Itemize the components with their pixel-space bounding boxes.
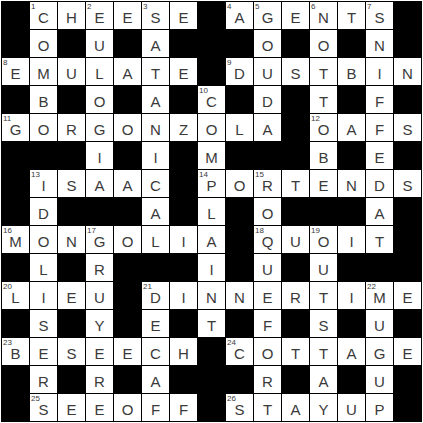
cell-letter: F bbox=[375, 119, 384, 137]
block-1-6 bbox=[170, 30, 197, 57]
cell-letter: E bbox=[66, 287, 76, 305]
cell-10-8[interactable]: N bbox=[226, 282, 253, 309]
cell-6-1[interactable]: 13I bbox=[30, 170, 57, 197]
cell-0-3[interactable]: 2E bbox=[86, 2, 113, 29]
cell-12-14[interactable]: E bbox=[394, 338, 421, 365]
cell-0-8[interactable]: 4A bbox=[226, 2, 253, 29]
cell-letter: O bbox=[234, 175, 246, 193]
block-7-6 bbox=[170, 198, 197, 225]
cell-6-9[interactable]: 15R bbox=[254, 170, 281, 197]
clue-number: 24 bbox=[227, 338, 236, 347]
block-3-6 bbox=[170, 86, 197, 113]
cell-letter: A bbox=[150, 91, 160, 109]
clue-number: 7 bbox=[367, 2, 371, 11]
cell-letter: U bbox=[290, 231, 301, 249]
block-7-4 bbox=[114, 198, 141, 225]
clue-number: 19 bbox=[311, 226, 320, 235]
cell-letter: U bbox=[94, 35, 105, 53]
cell-letter: I bbox=[41, 287, 45, 305]
cell-6-5[interactable]: C bbox=[142, 170, 169, 197]
cell-4-14[interactable]: S bbox=[394, 114, 421, 141]
block-3-0 bbox=[2, 86, 29, 113]
cell-3-3[interactable]: O bbox=[86, 86, 113, 113]
cell-9-3[interactable]: R bbox=[86, 254, 113, 281]
cell-9-11[interactable]: U bbox=[310, 254, 337, 281]
cell-3-1[interactable]: B bbox=[30, 86, 57, 113]
block-12-7 bbox=[198, 338, 225, 365]
cell-10-7[interactable]: N bbox=[198, 282, 225, 309]
cell-4-12[interactable]: A bbox=[338, 114, 365, 141]
clue-number: 26 bbox=[227, 394, 236, 403]
cell-letter: E bbox=[94, 7, 104, 25]
cell-10-11[interactable]: T bbox=[310, 282, 337, 309]
cell-10-12[interactable]: I bbox=[338, 282, 365, 309]
cell-8-12[interactable]: I bbox=[338, 226, 365, 253]
cell-letter: L bbox=[39, 259, 47, 277]
cell-14-9[interactable]: T bbox=[254, 394, 281, 421]
block-9-12 bbox=[338, 254, 365, 281]
block-5-4 bbox=[114, 142, 141, 169]
cell-2-3[interactable]: L bbox=[86, 58, 113, 85]
cell-6-12[interactable]: N bbox=[338, 170, 365, 197]
cell-6-14[interactable]: S bbox=[394, 170, 421, 197]
cell-1-1[interactable]: O bbox=[30, 30, 57, 57]
cell-3-11[interactable]: T bbox=[310, 86, 337, 113]
block-9-5 bbox=[142, 254, 169, 281]
block-8-14 bbox=[394, 226, 421, 253]
cell-7-13[interactable]: A bbox=[366, 198, 393, 225]
cell-letter: I bbox=[97, 147, 101, 165]
cell-1-5[interactable]: A bbox=[142, 30, 169, 57]
block-5-12 bbox=[338, 142, 365, 169]
block-1-4 bbox=[114, 30, 141, 57]
cell-8-11[interactable]: 19O bbox=[310, 226, 337, 253]
cell-5-5[interactable]: I bbox=[142, 142, 169, 169]
cell-13-11[interactable]: A bbox=[310, 366, 337, 393]
clue-number: 12 bbox=[311, 114, 320, 123]
cell-8-7[interactable]: A bbox=[198, 226, 225, 253]
cell-11-11[interactable]: S bbox=[310, 310, 337, 337]
cell-0-6[interactable]: E bbox=[170, 2, 197, 29]
cell-11-9[interactable]: F bbox=[254, 310, 281, 337]
cell-12-1[interactable]: E bbox=[30, 338, 57, 365]
cell-11-7[interactable]: T bbox=[198, 310, 225, 337]
block-5-0 bbox=[2, 142, 29, 169]
cell-13-13[interactable]: U bbox=[366, 366, 393, 393]
clue-number: 23 bbox=[3, 338, 12, 347]
cell-13-1[interactable]: R bbox=[30, 366, 57, 393]
cell-14-4[interactable]: O bbox=[114, 394, 141, 421]
block-1-12 bbox=[338, 30, 365, 57]
block-13-8 bbox=[226, 366, 253, 393]
cell-letter: E bbox=[262, 287, 272, 305]
cell-0-12[interactable]: T bbox=[338, 2, 365, 29]
block-6-0 bbox=[2, 170, 29, 197]
cell-10-13[interactable]: 22M bbox=[366, 282, 393, 309]
cell-letter: I bbox=[153, 147, 157, 165]
cell-letter: E bbox=[178, 63, 188, 81]
cell-letter: H bbox=[178, 343, 189, 361]
cell-1-3[interactable]: U bbox=[86, 30, 113, 57]
cell-4-0[interactable]: 11G bbox=[2, 114, 29, 141]
cell-letter: R bbox=[94, 371, 105, 389]
cell-11-1[interactable]: S bbox=[30, 310, 57, 337]
cell-letter: A bbox=[122, 175, 132, 193]
cell-2-8[interactable]: 9D bbox=[226, 58, 253, 85]
cell-letter: B bbox=[318, 147, 328, 165]
cell-letter: L bbox=[235, 119, 243, 137]
clue-number: 9 bbox=[227, 58, 231, 67]
cell-4-8[interactable]: L bbox=[226, 114, 253, 141]
block-3-12 bbox=[338, 86, 365, 113]
cell-letter: G bbox=[10, 119, 22, 137]
block-13-4 bbox=[114, 366, 141, 393]
cell-letter: Y bbox=[318, 399, 328, 417]
cell-letter: I bbox=[181, 287, 185, 305]
cell-13-9[interactable]: R bbox=[254, 366, 281, 393]
cell-2-9[interactable]: U bbox=[254, 58, 281, 85]
cell-5-3[interactable]: I bbox=[86, 142, 113, 169]
cell-12-11[interactable]: T bbox=[310, 338, 337, 365]
cell-14-11[interactable]: Y bbox=[310, 394, 337, 421]
cell-1-9[interactable]: O bbox=[254, 30, 281, 57]
cell-10-2[interactable]: E bbox=[58, 282, 85, 309]
cell-letter: T bbox=[319, 343, 328, 361]
cell-4-7[interactable]: O bbox=[198, 114, 225, 141]
cell-4-1[interactable]: O bbox=[30, 114, 57, 141]
cell-7-1[interactable]: D bbox=[30, 198, 57, 225]
block-7-2 bbox=[58, 198, 85, 225]
cell-0-4[interactable]: E bbox=[114, 2, 141, 29]
cell-letter: L bbox=[207, 203, 215, 221]
clue-number: 17 bbox=[87, 226, 96, 235]
cell-12-13[interactable]: G bbox=[366, 338, 393, 365]
block-9-2 bbox=[58, 254, 85, 281]
block-0-0 bbox=[2, 2, 29, 29]
cell-0-5[interactable]: 3S bbox=[142, 2, 169, 29]
block-1-7 bbox=[198, 30, 225, 57]
cell-3-5[interactable]: A bbox=[142, 86, 169, 113]
cell-9-9[interactable]: U bbox=[254, 254, 281, 281]
cell-12-0[interactable]: 23B bbox=[2, 338, 29, 365]
clue-number: 2 bbox=[87, 2, 91, 11]
cell-10-10[interactable]: R bbox=[282, 282, 309, 309]
cell-letter: O bbox=[262, 343, 274, 361]
cell-8-2[interactable]: N bbox=[58, 226, 85, 253]
cell-letter: D bbox=[38, 203, 49, 221]
cell-0-11[interactable]: 6N bbox=[310, 2, 337, 29]
cell-letter: R bbox=[38, 371, 49, 389]
cell-letter: O bbox=[206, 119, 218, 137]
clue-number: 13 bbox=[31, 170, 40, 179]
block-13-2 bbox=[58, 366, 85, 393]
cell-5-7[interactable]: M bbox=[198, 142, 225, 169]
cell-letter: S bbox=[318, 315, 328, 333]
block-1-0 bbox=[2, 30, 29, 57]
cell-8-10[interactable]: U bbox=[282, 226, 309, 253]
cell-letter: T bbox=[319, 287, 328, 305]
cell-letter: A bbox=[262, 119, 272, 137]
cell-2-10[interactable]: S bbox=[282, 58, 309, 85]
cell-letter: A bbox=[206, 231, 216, 249]
block-1-2 bbox=[58, 30, 85, 57]
cell-2-1[interactable]: M bbox=[30, 58, 57, 85]
cell-4-2[interactable]: R bbox=[58, 114, 85, 141]
cell-7-5[interactable]: A bbox=[142, 198, 169, 225]
cell-0-13[interactable]: 7S bbox=[366, 2, 393, 29]
cell-9-1[interactable]: L bbox=[30, 254, 57, 281]
cell-8-5[interactable]: L bbox=[142, 226, 169, 253]
cell-letter: A bbox=[346, 343, 356, 361]
cell-letter: O bbox=[262, 203, 274, 221]
cell-2-5[interactable]: T bbox=[142, 58, 169, 85]
block-9-14 bbox=[394, 254, 421, 281]
cell-letter: T bbox=[151, 63, 160, 81]
cell-letter: P bbox=[374, 399, 384, 417]
cell-2-4[interactable]: A bbox=[114, 58, 141, 85]
clue-number: 5 bbox=[255, 2, 259, 11]
cell-0-10[interactable]: E bbox=[282, 2, 309, 29]
cell-letter: A bbox=[94, 175, 104, 193]
cell-7-9[interactable]: O bbox=[254, 198, 281, 225]
cell-2-12[interactable]: B bbox=[338, 58, 365, 85]
cell-14-10[interactable]: A bbox=[282, 394, 309, 421]
clue-number: 1 bbox=[31, 2, 35, 11]
cell-2-0[interactable]: 8E bbox=[2, 58, 29, 85]
cell-4-5[interactable]: N bbox=[142, 114, 169, 141]
cell-letter: R bbox=[290, 287, 301, 305]
cell-letter: O bbox=[38, 35, 50, 53]
cell-letter: Y bbox=[94, 315, 104, 333]
cell-0-1[interactable]: 1C bbox=[30, 2, 57, 29]
cell-letter: L bbox=[151, 231, 159, 249]
cell-12-8[interactable]: 24C bbox=[226, 338, 253, 365]
block-7-11 bbox=[310, 198, 337, 225]
cell-10-5[interactable]: 21D bbox=[142, 282, 169, 309]
cell-6-3[interactable]: A bbox=[86, 170, 113, 197]
cell-letter: F bbox=[151, 399, 160, 417]
cell-4-4[interactable]: O bbox=[114, 114, 141, 141]
cell-14-6[interactable]: F bbox=[170, 394, 197, 421]
cell-14-5[interactable]: F bbox=[142, 394, 169, 421]
cell-12-5[interactable]: C bbox=[142, 338, 169, 365]
clue-number: 8 bbox=[3, 58, 7, 67]
cell-letter: E bbox=[66, 399, 76, 417]
cell-letter: N bbox=[402, 63, 413, 81]
cell-8-4[interactable]: O bbox=[114, 226, 141, 253]
cell-letter: C bbox=[150, 175, 161, 193]
cell-10-6[interactable]: I bbox=[170, 282, 197, 309]
block-3-14 bbox=[394, 86, 421, 113]
cell-4-9[interactable]: A bbox=[254, 114, 281, 141]
block-11-12 bbox=[338, 310, 365, 337]
cell-letter: E bbox=[150, 315, 160, 333]
block-9-10 bbox=[282, 254, 309, 281]
cell-12-9[interactable]: O bbox=[254, 338, 281, 365]
cell-letter: S bbox=[374, 7, 384, 25]
cell-3-13[interactable]: F bbox=[366, 86, 393, 113]
cell-letter: I bbox=[377, 63, 381, 81]
block-3-4 bbox=[114, 86, 141, 113]
cell-letter: I bbox=[209, 259, 213, 277]
cell-letter: U bbox=[94, 287, 105, 305]
cell-letter: T bbox=[375, 231, 384, 249]
cell-letter: O bbox=[122, 231, 134, 249]
cell-11-3[interactable]: Y bbox=[86, 310, 113, 337]
cell-14-2[interactable]: E bbox=[58, 394, 85, 421]
cell-letter: T bbox=[207, 315, 216, 333]
cell-letter: D bbox=[262, 91, 273, 109]
cell-2-2[interactable]: U bbox=[58, 58, 85, 85]
cell-letter: I bbox=[41, 175, 45, 193]
cell-11-5[interactable]: E bbox=[142, 310, 169, 337]
cell-1-13[interactable]: N bbox=[366, 30, 393, 57]
cell-10-9[interactable]: E bbox=[254, 282, 281, 309]
cell-13-5[interactable]: A bbox=[142, 366, 169, 393]
cell-6-2[interactable]: S bbox=[58, 170, 85, 197]
cell-letter: A bbox=[318, 371, 328, 389]
cell-8-13[interactable]: T bbox=[366, 226, 393, 253]
cell-12-2[interactable]: S bbox=[58, 338, 85, 365]
cell-letter: A bbox=[346, 119, 356, 137]
block-11-14 bbox=[394, 310, 421, 337]
cell-11-13[interactable]: U bbox=[366, 310, 393, 337]
block-1-10 bbox=[282, 30, 309, 57]
cell-6-11[interactable]: E bbox=[310, 170, 337, 197]
cell-letter: A bbox=[122, 63, 132, 81]
cell-14-12[interactable]: U bbox=[338, 394, 365, 421]
cell-9-7[interactable]: I bbox=[198, 254, 225, 281]
cell-10-1[interactable]: I bbox=[30, 282, 57, 309]
cell-10-3[interactable]: U bbox=[86, 282, 113, 309]
cell-letter: A bbox=[150, 35, 160, 53]
cell-2-6[interactable]: E bbox=[170, 58, 197, 85]
cell-letter: R bbox=[94, 259, 105, 277]
cell-letter: B bbox=[38, 91, 48, 109]
cell-letter: M bbox=[205, 147, 218, 165]
cell-letter: N bbox=[346, 175, 357, 193]
cell-8-1[interactable]: O bbox=[30, 226, 57, 253]
cell-0-2[interactable]: H bbox=[58, 2, 85, 29]
cell-8-0[interactable]: 16M bbox=[2, 226, 29, 253]
cell-letter: A bbox=[150, 371, 160, 389]
cell-letter: A bbox=[234, 7, 244, 25]
block-10-4 bbox=[114, 282, 141, 309]
crossword-board: 1CH2EE3SE4A5GE6NT7SOUAOON8EMULATE9DUSTBI… bbox=[1, 1, 422, 422]
cell-7-7[interactable]: L bbox=[198, 198, 225, 225]
cell-12-3[interactable]: E bbox=[86, 338, 113, 365]
cell-1-11[interactable]: O bbox=[310, 30, 337, 57]
cell-letter: N bbox=[150, 119, 161, 137]
cell-letter: C bbox=[38, 7, 49, 25]
cell-4-3[interactable]: G bbox=[86, 114, 113, 141]
cell-14-1[interactable]: 25S bbox=[30, 394, 57, 421]
block-7-14 bbox=[394, 198, 421, 225]
cell-12-4[interactable]: E bbox=[114, 338, 141, 365]
cell-6-13[interactable]: D bbox=[366, 170, 393, 197]
cell-14-13[interactable]: P bbox=[366, 394, 393, 421]
cell-letter: I bbox=[181, 231, 185, 249]
cell-letter: U bbox=[374, 315, 385, 333]
clue-number: 22 bbox=[367, 282, 376, 291]
cell-4-11[interactable]: 12O bbox=[310, 114, 337, 141]
cell-letter: E bbox=[178, 7, 188, 25]
block-4-10 bbox=[282, 114, 309, 141]
cell-3-9[interactable]: D bbox=[254, 86, 281, 113]
cell-6-8[interactable]: O bbox=[226, 170, 253, 197]
block-13-12 bbox=[338, 366, 365, 393]
cell-letter: C bbox=[150, 343, 161, 361]
clue-number: 4 bbox=[227, 2, 231, 11]
block-11-4 bbox=[114, 310, 141, 337]
cell-5-11[interactable]: B bbox=[310, 142, 337, 169]
cell-12-12[interactable]: A bbox=[338, 338, 365, 365]
cell-letter: G bbox=[262, 7, 274, 25]
cell-3-7[interactable]: 10C bbox=[198, 86, 225, 113]
block-5-1 bbox=[30, 142, 57, 169]
cell-letter: O bbox=[122, 119, 134, 137]
cell-letter: A bbox=[374, 203, 384, 221]
block-9-0 bbox=[2, 254, 29, 281]
cell-8-6[interactable]: I bbox=[170, 226, 197, 253]
cell-letter: E bbox=[122, 7, 132, 25]
cell-letter: E bbox=[318, 175, 328, 193]
cell-10-14[interactable]: E bbox=[394, 282, 421, 309]
block-13-7 bbox=[198, 366, 225, 393]
cell-4-6[interactable]: Z bbox=[170, 114, 197, 141]
cell-2-13[interactable]: I bbox=[366, 58, 393, 85]
block-9-8 bbox=[226, 254, 253, 281]
block-7-0 bbox=[2, 198, 29, 225]
block-13-6 bbox=[170, 366, 197, 393]
cell-8-9[interactable]: 18Q bbox=[254, 226, 281, 253]
cell-letter: N bbox=[66, 231, 77, 249]
cell-letter: H bbox=[66, 7, 77, 25]
cell-14-8[interactable]: 26S bbox=[226, 394, 253, 421]
cell-2-11[interactable]: T bbox=[310, 58, 337, 85]
cell-10-0[interactable]: 20L bbox=[2, 282, 29, 309]
block-5-6 bbox=[170, 142, 197, 169]
block-8-8 bbox=[226, 226, 253, 253]
cell-4-13[interactable]: F bbox=[366, 114, 393, 141]
cell-6-10[interactable]: T bbox=[282, 170, 309, 197]
cell-6-7[interactable]: 14P bbox=[198, 170, 225, 197]
cell-letter: T bbox=[291, 343, 300, 361]
cell-13-3[interactable]: R bbox=[86, 366, 113, 393]
cell-2-14[interactable]: N bbox=[394, 58, 421, 85]
cell-8-3[interactable]: 17G bbox=[86, 226, 113, 253]
cell-letter: S bbox=[402, 119, 412, 137]
block-0-7 bbox=[198, 2, 225, 29]
cell-letter: U bbox=[262, 259, 273, 277]
block-14-0 bbox=[2, 394, 29, 421]
cell-letter: F bbox=[263, 315, 272, 333]
clue-number: 3 bbox=[143, 2, 147, 11]
clue-number: 25 bbox=[31, 394, 40, 403]
cell-12-6[interactable]: H bbox=[170, 338, 197, 365]
block-1-14 bbox=[394, 30, 421, 57]
cell-letter: S bbox=[38, 315, 48, 333]
cell-letter: U bbox=[374, 371, 385, 389]
clue-number: 18 bbox=[255, 226, 264, 235]
cell-5-13[interactable]: E bbox=[366, 142, 393, 169]
cell-letter: E bbox=[38, 343, 48, 361]
cell-6-4[interactable]: A bbox=[114, 170, 141, 197]
cell-14-3[interactable]: E bbox=[86, 394, 113, 421]
cell-letter: F bbox=[179, 399, 188, 417]
cell-0-9[interactable]: 5G bbox=[254, 2, 281, 29]
cell-12-10[interactable]: T bbox=[282, 338, 309, 365]
